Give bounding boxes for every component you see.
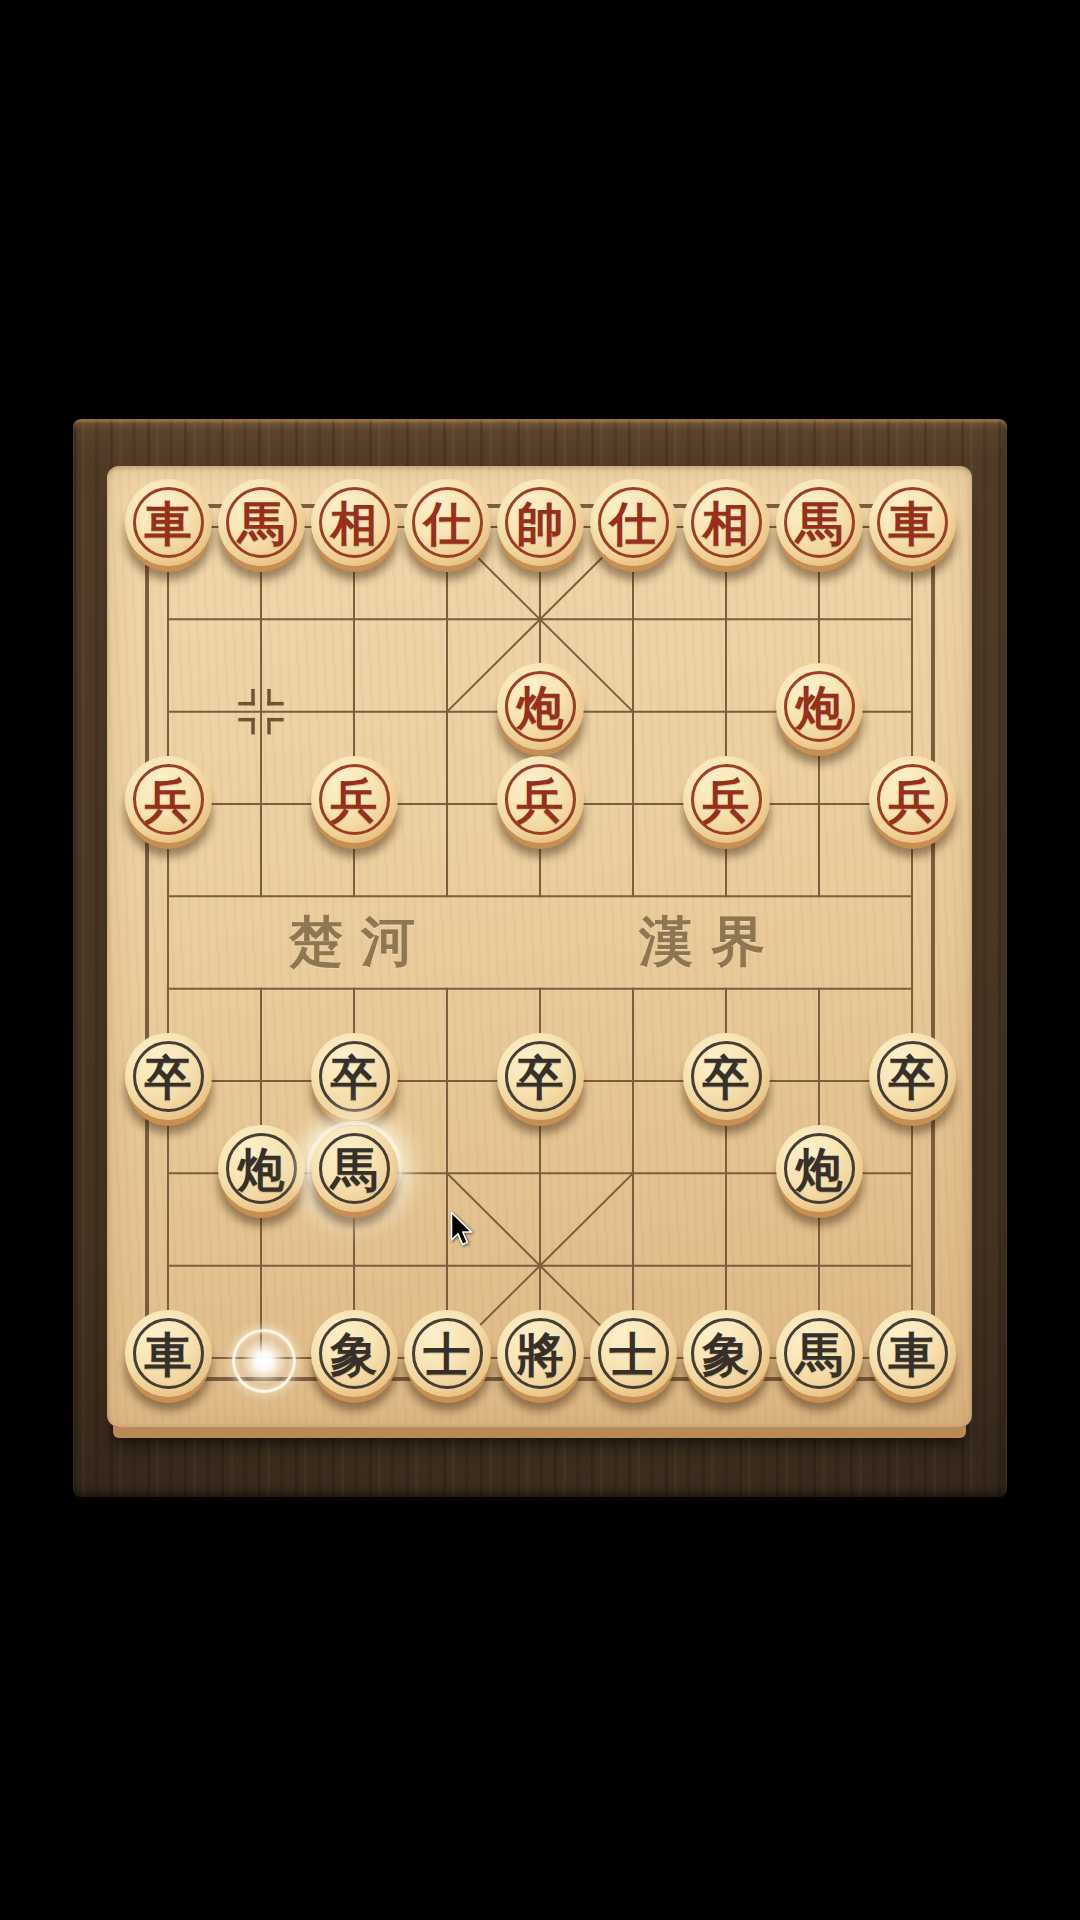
piece-black-horse[interactable]: 馬 bbox=[776, 1310, 863, 1397]
piece-glyph: 仕 bbox=[424, 500, 471, 547]
piece-black-advisor[interactable]: 士 bbox=[590, 1310, 677, 1397]
piece-black-elephant[interactable]: 象 bbox=[683, 1310, 770, 1397]
piece-glyph: 象 bbox=[331, 1331, 378, 1378]
piece-black-chariot[interactable]: 車 bbox=[869, 1310, 956, 1397]
piece-glyph: 卒 bbox=[145, 1054, 192, 1101]
piece-glyph: 卒 bbox=[331, 1054, 378, 1101]
piece-glyph: 卒 bbox=[703, 1054, 750, 1101]
piece-red-soldier[interactable]: 兵 bbox=[869, 756, 956, 843]
piece-glyph: 士 bbox=[610, 1331, 657, 1378]
piece-red-chariot[interactable]: 車 bbox=[869, 479, 956, 566]
piece-glyph: 車 bbox=[889, 1331, 936, 1378]
piece-black-soldier[interactable]: 卒 bbox=[497, 1033, 584, 1120]
piece-glyph: 炮 bbox=[238, 1146, 285, 1193]
piece-glyph: 炮 bbox=[796, 1146, 843, 1193]
game-screen: 楚河 漢界 車馬相仕帥仕相馬車炮炮兵兵兵兵兵卒卒卒卒卒炮馬炮車象士將士象馬車 bbox=[0, 0, 1080, 1920]
piece-glyph: 炮 bbox=[796, 684, 843, 731]
piece-black-soldier[interactable]: 卒 bbox=[683, 1033, 770, 1120]
piece-glyph: 卒 bbox=[517, 1054, 564, 1101]
piece-glyph: 仕 bbox=[610, 500, 657, 547]
piece-glyph: 帥 bbox=[517, 500, 564, 547]
mouse-cursor-icon bbox=[450, 1211, 476, 1249]
piece-glyph: 象 bbox=[703, 1331, 750, 1378]
piece-glyph: 馬 bbox=[331, 1146, 378, 1193]
move-from-marker bbox=[232, 1329, 296, 1393]
piece-black-elephant[interactable]: 象 bbox=[311, 1310, 398, 1397]
board-frame: 楚河 漢界 車馬相仕帥仕相馬車炮炮兵兵兵兵兵卒卒卒卒卒炮馬炮車象士將士象馬車 bbox=[73, 419, 1007, 1497]
piece-black-general[interactable]: 將 bbox=[497, 1310, 584, 1397]
piece-red-cannon[interactable]: 炮 bbox=[776, 663, 863, 750]
piece-red-horse[interactable]: 馬 bbox=[218, 479, 305, 566]
piece-glyph: 卒 bbox=[889, 1054, 936, 1101]
piece-black-soldier[interactable]: 卒 bbox=[311, 1033, 398, 1120]
piece-red-soldier[interactable]: 兵 bbox=[311, 756, 398, 843]
piece-glyph: 馬 bbox=[238, 500, 285, 547]
piece-glyph: 車 bbox=[145, 1331, 192, 1378]
piece-red-soldier[interactable]: 兵 bbox=[125, 756, 212, 843]
piece-glyph: 馬 bbox=[796, 1331, 843, 1378]
piece-black-soldier[interactable]: 卒 bbox=[125, 1033, 212, 1120]
piece-glyph: 兵 bbox=[145, 777, 192, 824]
piece-red-elephant[interactable]: 相 bbox=[683, 479, 770, 566]
piece-glyph: 兵 bbox=[703, 777, 750, 824]
piece-glyph: 馬 bbox=[796, 500, 843, 547]
piece-red-horse[interactable]: 馬 bbox=[776, 479, 863, 566]
piece-black-horse[interactable]: 馬 bbox=[311, 1125, 398, 1212]
piece-black-advisor[interactable]: 士 bbox=[404, 1310, 491, 1397]
piece-red-chariot[interactable]: 車 bbox=[125, 479, 212, 566]
piece-black-cannon[interactable]: 炮 bbox=[776, 1125, 863, 1212]
piece-red-cannon[interactable]: 炮 bbox=[497, 663, 584, 750]
piece-red-soldier[interactable]: 兵 bbox=[497, 756, 584, 843]
piece-red-soldier[interactable]: 兵 bbox=[683, 756, 770, 843]
piece-red-advisor[interactable]: 仕 bbox=[404, 479, 491, 566]
piece-red-general[interactable]: 帥 bbox=[497, 479, 584, 566]
piece-glyph: 兵 bbox=[517, 777, 564, 824]
piece-red-advisor[interactable]: 仕 bbox=[590, 479, 677, 566]
xiangqi-board[interactable]: 楚河 漢界 車馬相仕帥仕相馬車炮炮兵兵兵兵兵卒卒卒卒卒炮馬炮車象士將士象馬車 bbox=[107, 466, 972, 1427]
piece-glyph: 將 bbox=[517, 1331, 564, 1378]
river-label-chu: 楚河 bbox=[289, 906, 433, 979]
piece-black-cannon[interactable]: 炮 bbox=[218, 1125, 305, 1212]
piece-black-soldier[interactable]: 卒 bbox=[869, 1033, 956, 1120]
board-grid bbox=[107, 466, 972, 1427]
river-label-han: 漢界 bbox=[639, 906, 783, 979]
piece-black-chariot[interactable]: 車 bbox=[125, 1310, 212, 1397]
piece-glyph: 車 bbox=[889, 500, 936, 547]
piece-glyph: 士 bbox=[424, 1331, 471, 1378]
piece-red-elephant[interactable]: 相 bbox=[311, 479, 398, 566]
piece-glyph: 相 bbox=[703, 500, 750, 547]
piece-glyph: 兵 bbox=[331, 777, 378, 824]
piece-glyph: 炮 bbox=[517, 684, 564, 731]
piece-glyph: 相 bbox=[331, 500, 378, 547]
piece-glyph: 兵 bbox=[889, 777, 936, 824]
piece-glyph: 車 bbox=[145, 500, 192, 547]
